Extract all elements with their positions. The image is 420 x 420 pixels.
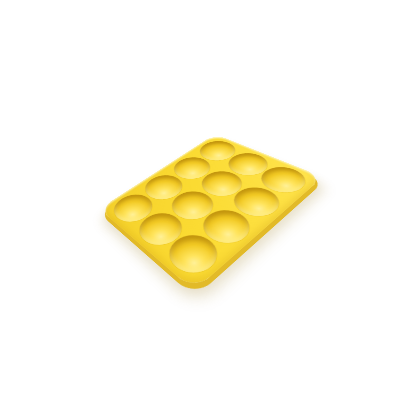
product-photo <box>0 0 420 420</box>
muffin-pan <box>99 134 323 291</box>
cup-grid <box>99 134 323 291</box>
